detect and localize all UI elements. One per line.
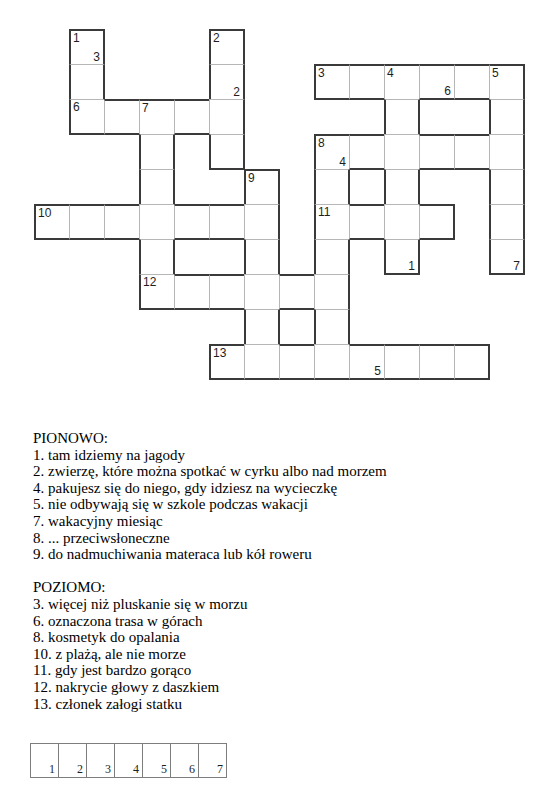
solution-letter-number-4: 4 bbox=[339, 155, 346, 169]
grid-cell-r5c5[interactable] bbox=[209, 204, 245, 240]
grid-cell-r9c7[interactable] bbox=[279, 344, 315, 380]
solution-letter-number-3: 3 bbox=[93, 50, 100, 64]
clue-number-6: 6 bbox=[73, 100, 80, 114]
grid-cell-r1c11[interactable]: 6 bbox=[419, 64, 455, 100]
clue-number-7: 7 bbox=[142, 101, 149, 115]
solution-strip-cell-5[interactable]: 5 bbox=[142, 743, 171, 778]
down-clue-item-2: 2. zwierzę, które można spotkać w cyrku … bbox=[33, 463, 523, 480]
grid-cell-r4c8[interactable] bbox=[314, 169, 350, 205]
down-clue-item-7: 9. do nadmuchiwania materaca lub kół row… bbox=[33, 546, 523, 563]
clue-number-5: 5 bbox=[492, 66, 499, 80]
grid-cell-r2c13[interactable] bbox=[489, 99, 525, 135]
solution-strip-cell-2[interactable]: 2 bbox=[58, 743, 87, 778]
grid-cell-r6c3[interactable] bbox=[139, 239, 175, 275]
solution-strip-cell-6[interactable]: 6 bbox=[170, 743, 199, 778]
grid-cell-r3c8[interactable]: 84 bbox=[314, 134, 350, 170]
grid-cell-r1c9[interactable] bbox=[349, 64, 385, 100]
grid-cell-r0c1[interactable]: 13 bbox=[69, 29, 105, 65]
grid-cell-r7c6[interactable] bbox=[244, 274, 280, 310]
grid-cell-r8c6[interactable] bbox=[244, 309, 280, 345]
across-clue-item-2: 6. oznaczona trasa w górach bbox=[33, 613, 523, 630]
grid-cell-r7c3[interactable]: 12 bbox=[139, 274, 175, 310]
clue-number-3: 3 bbox=[318, 66, 325, 80]
grid-cell-r4c3[interactable] bbox=[139, 169, 175, 205]
grid-cell-r4c13[interactable] bbox=[489, 169, 525, 205]
across-clue-item-1: 3. więcej niż pluskanie się w morzu bbox=[33, 596, 523, 613]
clues-section: PIONOWO: 1. tam idziemy na jagody2. zwie… bbox=[33, 430, 523, 712]
grid-cell-r5c0[interactable]: 10 bbox=[34, 204, 70, 240]
down-clue-item-3: 4. pakujesz się do niego, gdy idziesz na… bbox=[33, 480, 523, 497]
grid-cell-r9c8[interactable] bbox=[314, 344, 350, 380]
clue-number-4: 4 bbox=[387, 66, 394, 80]
across-clue-item-5: 11. gdy jest bardzo gorąco bbox=[33, 662, 523, 679]
solution-letter-number-2: 2 bbox=[233, 85, 240, 99]
grid-cell-r1c12[interactable] bbox=[454, 64, 490, 100]
grid-cell-r8c8[interactable] bbox=[314, 309, 350, 345]
solution-strip-number-3: 3 bbox=[105, 763, 111, 776]
grid-cell-r5c10[interactable] bbox=[384, 204, 420, 240]
clue-number-1: 1 bbox=[73, 31, 80, 45]
solution-strip-cell-1[interactable]: 1 bbox=[30, 743, 59, 778]
solution-letter-number-1: 1 bbox=[408, 259, 415, 273]
grid-cell-r9c12[interactable] bbox=[454, 344, 490, 380]
grid-cell-r2c2[interactable] bbox=[104, 99, 140, 135]
grid-cell-r5c2[interactable] bbox=[104, 204, 140, 240]
grid-cell-r1c10[interactable]: 4 bbox=[384, 64, 420, 100]
grid-cell-r9c10[interactable] bbox=[384, 344, 420, 380]
down-clue-item-6: 8. ... przeciwsłoneczne bbox=[33, 530, 523, 547]
grid-cell-r2c4[interactable] bbox=[174, 99, 210, 135]
grid-cell-r6c8[interactable] bbox=[314, 239, 350, 275]
down-clues-list: 1. tam idziemy na jagody2. zwierzę, któr… bbox=[33, 447, 523, 563]
across-clue-item-3: 8. kosmetyk do opalania bbox=[33, 629, 523, 646]
grid-cell-r5c9[interactable] bbox=[349, 204, 385, 240]
clue-number-10: 10 bbox=[38, 206, 51, 220]
solution-strip-cell-7[interactable]: 7 bbox=[198, 743, 227, 778]
down-clue-item-5: 7. wakacyjny miesiąc bbox=[33, 513, 523, 530]
clue-number-11: 11 bbox=[318, 205, 330, 219]
solution-letter-number-6: 6 bbox=[444, 84, 451, 98]
grid-cell-r3c13[interactable] bbox=[489, 134, 525, 170]
across-clue-item-6: 12. nakrycie głowy z daszkiem bbox=[33, 679, 523, 696]
solution-strip-number-1: 1 bbox=[49, 763, 55, 776]
down-clues-header: PIONOWO: bbox=[33, 430, 523, 447]
grid-cell-r7c7[interactable] bbox=[279, 274, 315, 310]
across-clues-list: 3. więcej niż pluskanie się w morzu6. oz… bbox=[33, 596, 523, 712]
grid-cell-r5c6[interactable] bbox=[244, 204, 280, 240]
grid-cell-r0c5[interactable]: 2 bbox=[209, 29, 245, 65]
grid-cell-r2c5[interactable] bbox=[209, 99, 245, 135]
solution-strip-number-7: 7 bbox=[217, 763, 223, 776]
grid-cell-r1c5[interactable]: 2 bbox=[209, 64, 245, 100]
crossword-grid: 132234656784910111712135 bbox=[0, 0, 544, 400]
grid-cell-r5c4[interactable] bbox=[174, 204, 210, 240]
grid-cell-r7c5[interactable] bbox=[209, 274, 245, 310]
grid-cell-r5c1[interactable] bbox=[69, 204, 105, 240]
solution-strip-cell-4[interactable]: 4 bbox=[114, 743, 143, 778]
grid-cell-r2c1[interactable]: 6 bbox=[69, 99, 105, 135]
grid-cell-r6c6[interactable] bbox=[244, 239, 280, 275]
grid-cell-r4c6[interactable]: 9 bbox=[244, 169, 280, 205]
grid-cell-r7c8[interactable] bbox=[314, 274, 350, 310]
grid-cell-r3c10[interactable] bbox=[384, 134, 420, 170]
grid-cell-r3c5[interactable] bbox=[209, 134, 245, 170]
grid-cell-r9c5[interactable]: 13 bbox=[209, 344, 245, 380]
grid-cell-r5c3[interactable] bbox=[139, 204, 175, 240]
across-clue-item-7: 13. członek załogi statku bbox=[33, 696, 523, 713]
grid-cell-r9c6[interactable] bbox=[244, 344, 280, 380]
grid-cell-r5c11[interactable] bbox=[419, 204, 455, 240]
solution-strip-number-6: 6 bbox=[189, 763, 195, 776]
grid-cell-r3c3[interactable] bbox=[139, 134, 175, 170]
clue-number-12: 12 bbox=[143, 275, 156, 289]
clue-number-13: 13 bbox=[213, 346, 226, 360]
solution-strip-number-2: 2 bbox=[77, 763, 83, 776]
grid-cell-r3c12[interactable] bbox=[454, 134, 490, 170]
grid-cell-r6c10[interactable]: 1 bbox=[384, 239, 420, 275]
solution-letter-number-5: 5 bbox=[374, 364, 381, 378]
across-clue-item-4: 10. z plażą, ale nie morze bbox=[33, 646, 523, 663]
solution-strip-cell-3[interactable]: 3 bbox=[86, 743, 115, 778]
grid-cell-r4c10[interactable] bbox=[384, 169, 420, 205]
grid-cell-r9c11[interactable] bbox=[419, 344, 455, 380]
grid-cell-r1c8[interactable]: 3 bbox=[314, 64, 350, 100]
down-clue-item-4: 5. nie odbywają się w szkole podczas wak… bbox=[33, 496, 523, 513]
grid-cell-r5c8[interactable]: 11 bbox=[314, 204, 350, 240]
clue-number-8: 8 bbox=[318, 136, 325, 150]
grid-cell-r2c3[interactable]: 7 bbox=[139, 99, 175, 135]
grid-cell-r9c9[interactable]: 5 bbox=[349, 344, 385, 380]
grid-cell-r3c9[interactable] bbox=[349, 134, 385, 170]
grid-cell-r7c4[interactable] bbox=[174, 274, 210, 310]
solution-letter-number-7: 7 bbox=[513, 259, 520, 273]
solution-strip-number-4: 4 bbox=[133, 763, 139, 776]
across-clues-header: POZIOMO: bbox=[33, 579, 523, 596]
grid-cell-r5c13[interactable] bbox=[489, 204, 525, 240]
crossword-page: 132234656784910111712135 PIONOWO: 1. tam… bbox=[0, 0, 544, 800]
clue-number-2: 2 bbox=[213, 31, 220, 45]
grid-cell-r1c1[interactable] bbox=[69, 64, 105, 100]
grid-cell-r2c10[interactable] bbox=[384, 99, 420, 135]
grid-cell-r3c11[interactable] bbox=[419, 134, 455, 170]
grid-cell-r1c13[interactable]: 5 bbox=[489, 64, 525, 100]
down-clue-item-1: 1. tam idziemy na jagody bbox=[33, 447, 523, 464]
solution-strip-number-5: 5 bbox=[161, 763, 167, 776]
clue-number-9: 9 bbox=[248, 171, 255, 185]
grid-cell-r6c13[interactable]: 7 bbox=[489, 239, 525, 275]
